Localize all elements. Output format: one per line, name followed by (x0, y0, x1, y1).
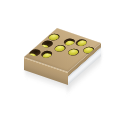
hole-d[interactable] (40, 40, 55, 49)
yellow-ball[interactable] (27, 53, 38, 57)
product-photo-scene (0, 0, 125, 125)
hole-c[interactable] (74, 38, 89, 47)
yellow-ball[interactable] (40, 44, 51, 48)
yellow-ball[interactable] (53, 45, 67, 53)
yellow-ball[interactable] (66, 48, 80, 56)
yellow-ball[interactable] (41, 53, 53, 59)
yellow-ball[interactable] (64, 40, 76, 46)
hole-f[interactable] (66, 48, 81, 57)
hole-e[interactable] (52, 44, 67, 53)
